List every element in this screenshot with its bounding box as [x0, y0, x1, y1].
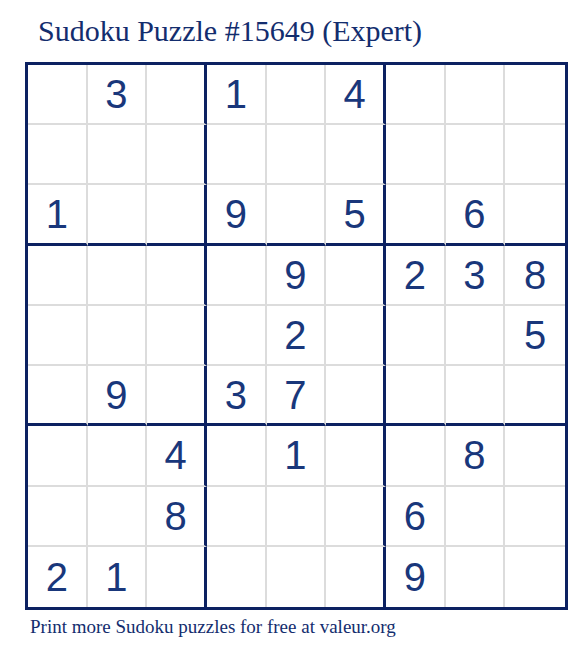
- cell-r8c4: [207, 487, 267, 547]
- cell-r7c2: [88, 426, 148, 486]
- cell-r2c8: [446, 125, 506, 185]
- cell-r9c3: [147, 547, 207, 607]
- cell-r1c6: 4: [326, 65, 386, 125]
- cell-r5c1: [28, 306, 88, 366]
- cell-r4c5: 9: [267, 246, 327, 306]
- cell-r4c6: [326, 246, 386, 306]
- cell-r2c2: [88, 125, 148, 185]
- cell-r2c7: [386, 125, 446, 185]
- cell-r8c5: [267, 487, 327, 547]
- cell-r7c3: 4: [147, 426, 207, 486]
- cell-r7c8: 8: [446, 426, 506, 486]
- cell-r6c6: [326, 366, 386, 426]
- cell-r8c7: 6: [386, 487, 446, 547]
- cell-r5c2: [88, 306, 148, 366]
- cell-r2c5: [267, 125, 327, 185]
- cell-r6c8: [446, 366, 506, 426]
- cell-r3c2: [88, 185, 148, 245]
- cell-r3c8: 6: [446, 185, 506, 245]
- cell-r5c5: 2: [267, 306, 327, 366]
- cell-r3c3: [147, 185, 207, 245]
- cell-r3c6: 5: [326, 185, 386, 245]
- cell-r7c9: [505, 426, 565, 486]
- cell-r9c4: [207, 547, 267, 607]
- cell-r1c1: [28, 65, 88, 125]
- cell-r6c3: [147, 366, 207, 426]
- cell-r2c9: [505, 125, 565, 185]
- cell-r4c3: [147, 246, 207, 306]
- cell-r9c9: [505, 547, 565, 607]
- cell-r5c3: [147, 306, 207, 366]
- cell-r4c9: 8: [505, 246, 565, 306]
- cell-r6c5: 7: [267, 366, 327, 426]
- cell-r5c7: [386, 306, 446, 366]
- cell-r5c4: [207, 306, 267, 366]
- cell-r6c7: [386, 366, 446, 426]
- cell-r9c6: [326, 547, 386, 607]
- cell-r8c2: [88, 487, 148, 547]
- cell-r4c4: [207, 246, 267, 306]
- cell-r7c1: [28, 426, 88, 486]
- cell-r6c1: [28, 366, 88, 426]
- cell-r9c5: [267, 547, 327, 607]
- cell-r8c3: 8: [147, 487, 207, 547]
- cell-r2c6: [326, 125, 386, 185]
- footer-text: Print more Sudoku puzzles for free at va…: [30, 616, 396, 638]
- cell-r8c6: [326, 487, 386, 547]
- cell-r4c8: 3: [446, 246, 506, 306]
- cell-r5c9: 5: [505, 306, 565, 366]
- cell-r7c7: [386, 426, 446, 486]
- cell-r1c5: [267, 65, 327, 125]
- cell-r1c8: [446, 65, 506, 125]
- cell-r4c2: [88, 246, 148, 306]
- cell-r1c2: 3: [88, 65, 148, 125]
- page-title: Sudoku Puzzle #15649 (Expert): [38, 14, 422, 48]
- cell-r2c1: [28, 125, 88, 185]
- cell-r1c7: [386, 65, 446, 125]
- cell-r9c2: 1: [88, 547, 148, 607]
- cell-r7c4: [207, 426, 267, 486]
- cell-r8c9: [505, 487, 565, 547]
- cell-r8c1: [28, 487, 88, 547]
- cell-r1c9: [505, 65, 565, 125]
- cell-r7c5: 1: [267, 426, 327, 486]
- cell-r5c6: [326, 306, 386, 366]
- cell-r2c4: [207, 125, 267, 185]
- cell-r6c9: [505, 366, 565, 426]
- cell-r6c2: 9: [88, 366, 148, 426]
- cell-r3c7: [386, 185, 446, 245]
- cell-r3c9: [505, 185, 565, 245]
- cell-r6c4: 3: [207, 366, 267, 426]
- cell-r4c7: 2: [386, 246, 446, 306]
- cell-r4c1: [28, 246, 88, 306]
- cell-r3c5: [267, 185, 327, 245]
- cell-r8c8: [446, 487, 506, 547]
- sudoku-grid: 314195692382593741886219: [25, 62, 568, 610]
- cell-r9c8: [446, 547, 506, 607]
- cell-r1c3: [147, 65, 207, 125]
- cell-r7c6: [326, 426, 386, 486]
- cell-r2c3: [147, 125, 207, 185]
- cell-r9c1: 2: [28, 547, 88, 607]
- cell-r5c8: [446, 306, 506, 366]
- cell-r3c1: 1: [28, 185, 88, 245]
- cell-r1c4: 1: [207, 65, 267, 125]
- cell-r3c4: 9: [207, 185, 267, 245]
- cell-r9c7: 9: [386, 547, 446, 607]
